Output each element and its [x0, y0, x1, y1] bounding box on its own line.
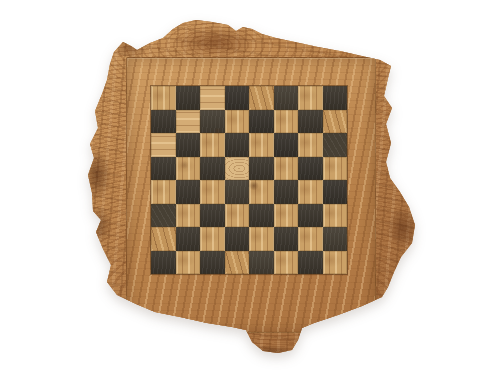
square-d8[interactable]: [225, 86, 250, 110]
square-h6[interactable]: [323, 133, 348, 157]
square-b6[interactable]: [176, 133, 201, 157]
square-b1[interactable]: [176, 251, 201, 275]
square-a7[interactable]: [151, 110, 176, 134]
square-c6[interactable]: [200, 133, 225, 157]
square-a1[interactable]: [151, 251, 176, 275]
square-d3[interactable]: [225, 204, 250, 228]
square-g2[interactable]: [298, 227, 323, 251]
square-b7[interactable]: [176, 110, 201, 134]
square-c1[interactable]: [200, 251, 225, 275]
square-a2[interactable]: [151, 227, 176, 251]
square-b5[interactable]: [176, 157, 201, 181]
square-e5[interactable]: [249, 157, 274, 181]
square-f6[interactable]: [274, 133, 299, 157]
square-a6[interactable]: [151, 133, 176, 157]
square-e3[interactable]: [249, 204, 274, 228]
square-e1[interactable]: [249, 251, 274, 275]
square-h2[interactable]: [323, 227, 348, 251]
square-f2[interactable]: [274, 227, 299, 251]
square-g6[interactable]: [298, 133, 323, 157]
square-d4[interactable]: [225, 180, 250, 204]
square-f3[interactable]: [274, 204, 299, 228]
square-g4[interactable]: [298, 180, 323, 204]
square-h8[interactable]: [323, 86, 348, 110]
square-g1[interactable]: [298, 251, 323, 275]
square-b3[interactable]: [176, 204, 201, 228]
square-b2[interactable]: [176, 227, 201, 251]
square-c4[interactable]: [200, 180, 225, 204]
square-b8[interactable]: [176, 86, 201, 110]
square-f8[interactable]: [274, 86, 299, 110]
square-h7[interactable]: [323, 110, 348, 134]
square-g7[interactable]: [298, 110, 323, 134]
live-edge-wood: [0, 0, 500, 375]
square-d7[interactable]: [225, 110, 250, 134]
chess-board[interactable]: [150, 85, 348, 275]
square-g3[interactable]: [298, 204, 323, 228]
square-d5[interactable]: [225, 157, 250, 181]
square-d6[interactable]: [225, 133, 250, 157]
square-c5[interactable]: [200, 157, 225, 181]
square-c3[interactable]: [200, 204, 225, 228]
square-h4[interactable]: [323, 180, 348, 204]
square-a3[interactable]: [151, 204, 176, 228]
square-d2[interactable]: [225, 227, 250, 251]
square-h3[interactable]: [323, 204, 348, 228]
square-h1[interactable]: [323, 251, 348, 275]
square-d1[interactable]: [225, 251, 250, 275]
square-e7[interactable]: [249, 110, 274, 134]
square-e6[interactable]: [249, 133, 274, 157]
square-a4[interactable]: [151, 180, 176, 204]
square-e8[interactable]: [249, 86, 274, 110]
square-e2[interactable]: [249, 227, 274, 251]
square-c8[interactable]: [200, 86, 225, 110]
square-g8[interactable]: [298, 86, 323, 110]
square-c7[interactable]: [200, 110, 225, 134]
square-f4[interactable]: [274, 180, 299, 204]
square-f1[interactable]: [274, 251, 299, 275]
product-photo: [0, 0, 500, 375]
square-b4[interactable]: [176, 180, 201, 204]
square-a5[interactable]: [151, 157, 176, 181]
square-a8[interactable]: [151, 86, 176, 110]
square-c2[interactable]: [200, 227, 225, 251]
square-f7[interactable]: [274, 110, 299, 134]
square-g5[interactable]: [298, 157, 323, 181]
board-slab: [0, 0, 500, 375]
square-e4[interactable]: [249, 180, 274, 204]
square-h5[interactable]: [323, 157, 348, 181]
square-f5[interactable]: [274, 157, 299, 181]
